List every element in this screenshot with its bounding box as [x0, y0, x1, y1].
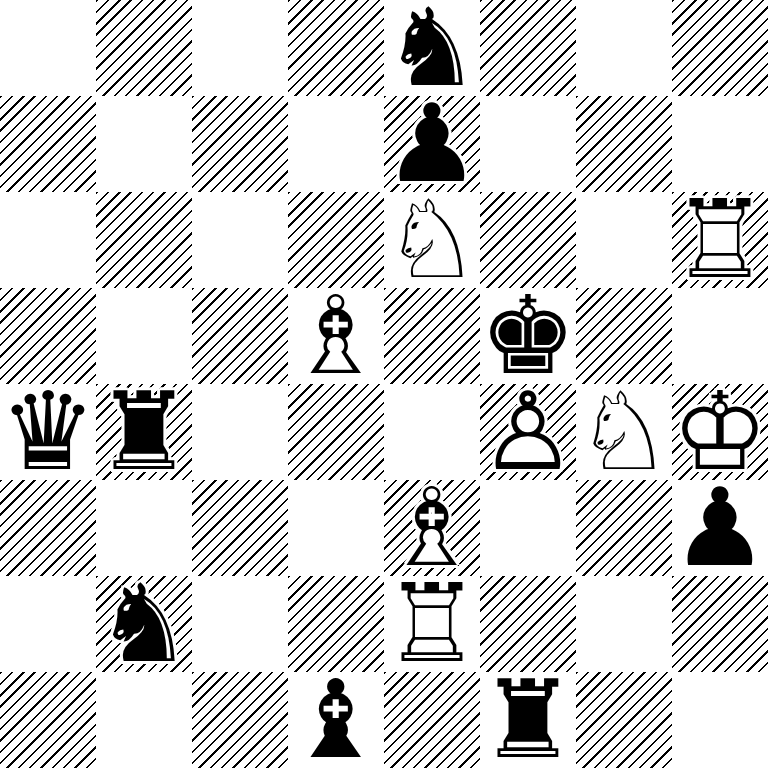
square-h3[interactable]: ♟♟	[672, 480, 768, 576]
white-pawn-halo: ♟	[480, 384, 576, 480]
square-d7[interactable]	[288, 96, 384, 192]
white-knight-icon: ♘	[576, 384, 672, 480]
white-bishop-icon: ♗	[384, 480, 480, 576]
chess-board: ♞♞♟♟♞♘♜♖♝♗♚♚♛♛♜♜♟♙♞♘♚♔♝♗♟♟♞♞♜♖♝♝♜♜	[0, 0, 768, 768]
square-c2[interactable]	[192, 576, 288, 672]
black-knight-icon: ♞	[96, 576, 192, 672]
square-h2[interactable]	[672, 576, 768, 672]
white-king-halo: ♚	[672, 384, 768, 480]
square-g5[interactable]	[576, 288, 672, 384]
black-knight-icon: ♞	[384, 0, 480, 96]
square-d3[interactable]	[288, 480, 384, 576]
square-g2[interactable]	[576, 576, 672, 672]
square-h1[interactable]	[672, 672, 768, 768]
white-pawn-icon: ♙	[480, 384, 576, 480]
square-c6[interactable]	[192, 192, 288, 288]
black-pawn-halo: ♟	[672, 480, 768, 576]
square-d5[interactable]: ♝♗	[288, 288, 384, 384]
square-c5[interactable]	[192, 288, 288, 384]
square-e8[interactable]: ♞♞	[384, 0, 480, 96]
black-rook-icon: ♜	[96, 384, 192, 480]
black-king-halo: ♚	[480, 288, 576, 384]
black-queen-halo: ♛	[0, 384, 96, 480]
black-king-icon: ♚	[480, 288, 576, 384]
white-knight-halo: ♞	[384, 192, 480, 288]
square-d8[interactable]	[288, 0, 384, 96]
square-f1[interactable]: ♜♜	[480, 672, 576, 768]
square-h6[interactable]: ♜♖	[672, 192, 768, 288]
square-d6[interactable]	[288, 192, 384, 288]
black-knight-halo: ♞	[384, 0, 480, 96]
square-b1[interactable]	[96, 672, 192, 768]
black-bishop-icon: ♝	[288, 672, 384, 768]
square-a2[interactable]	[0, 576, 96, 672]
black-pawn-halo: ♟	[384, 96, 480, 192]
white-knight-icon: ♘	[384, 192, 480, 288]
square-d4[interactable]	[288, 384, 384, 480]
square-a4[interactable]: ♛♛	[0, 384, 96, 480]
black-pawn-icon: ♟	[672, 480, 768, 576]
square-f8[interactable]	[480, 0, 576, 96]
square-a3[interactable]	[0, 480, 96, 576]
white-bishop-halo: ♝	[288, 288, 384, 384]
black-queen-icon: ♛	[0, 384, 96, 480]
black-rook-halo: ♜	[96, 384, 192, 480]
black-rook-halo: ♜	[480, 672, 576, 768]
square-e2[interactable]: ♜♖	[384, 576, 480, 672]
square-h5[interactable]	[672, 288, 768, 384]
square-f6[interactable]	[480, 192, 576, 288]
square-b6[interactable]	[96, 192, 192, 288]
black-knight-halo: ♞	[96, 576, 192, 672]
square-d2[interactable]	[288, 576, 384, 672]
square-f7[interactable]	[480, 96, 576, 192]
square-a1[interactable]	[0, 672, 96, 768]
square-g1[interactable]	[576, 672, 672, 768]
white-bishop-icon: ♗	[288, 288, 384, 384]
square-b4[interactable]: ♜♜	[96, 384, 192, 480]
white-rook-icon: ♖	[384, 576, 480, 672]
square-f2[interactable]	[480, 576, 576, 672]
square-h4[interactable]: ♚♔	[672, 384, 768, 480]
square-c1[interactable]	[192, 672, 288, 768]
square-a5[interactable]	[0, 288, 96, 384]
black-bishop-halo: ♝	[288, 672, 384, 768]
square-f4[interactable]: ♟♙	[480, 384, 576, 480]
square-e5[interactable]	[384, 288, 480, 384]
square-f3[interactable]	[480, 480, 576, 576]
square-a8[interactable]	[0, 0, 96, 96]
square-e3[interactable]: ♝♗	[384, 480, 480, 576]
white-knight-halo: ♞	[576, 384, 672, 480]
square-e6[interactable]: ♞♘	[384, 192, 480, 288]
square-c8[interactable]	[192, 0, 288, 96]
square-b8[interactable]	[96, 0, 192, 96]
square-g3[interactable]	[576, 480, 672, 576]
square-c7[interactable]	[192, 96, 288, 192]
square-b2[interactable]: ♞♞	[96, 576, 192, 672]
white-rook-halo: ♜	[384, 576, 480, 672]
square-b3[interactable]	[96, 480, 192, 576]
square-f5[interactable]: ♚♚	[480, 288, 576, 384]
square-e7[interactable]: ♟♟	[384, 96, 480, 192]
white-bishop-halo: ♝	[384, 480, 480, 576]
black-pawn-icon: ♟	[384, 96, 480, 192]
square-a6[interactable]	[0, 192, 96, 288]
square-b5[interactable]	[96, 288, 192, 384]
square-c3[interactable]	[192, 480, 288, 576]
square-g8[interactable]	[576, 0, 672, 96]
square-h7[interactable]	[672, 96, 768, 192]
white-king-icon: ♔	[672, 384, 768, 480]
square-e1[interactable]	[384, 672, 480, 768]
square-c4[interactable]	[192, 384, 288, 480]
square-b7[interactable]	[96, 96, 192, 192]
square-e4[interactable]	[384, 384, 480, 480]
black-rook-icon: ♜	[480, 672, 576, 768]
square-a7[interactable]	[0, 96, 96, 192]
square-g7[interactable]	[576, 96, 672, 192]
square-g6[interactable]	[576, 192, 672, 288]
square-g4[interactable]: ♞♘	[576, 384, 672, 480]
white-rook-halo: ♜	[672, 192, 768, 288]
white-rook-icon: ♖	[672, 192, 768, 288]
square-d1[interactable]: ♝♝	[288, 672, 384, 768]
square-h8[interactable]	[672, 0, 768, 96]
